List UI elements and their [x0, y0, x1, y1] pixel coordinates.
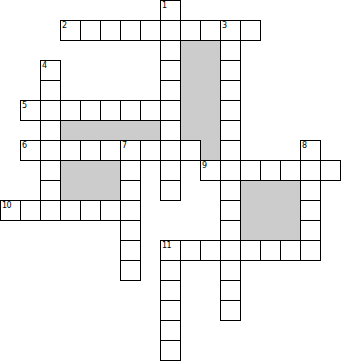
- cell-c2-r5[interactable]: [40, 100, 61, 121]
- cell-c11-r11[interactable]: [220, 220, 241, 241]
- clue-number-11: 11: [162, 241, 171, 250]
- cell-c8-r5[interactable]: [160, 100, 181, 121]
- cell-c8-r2[interactable]: [160, 40, 181, 61]
- cell-c8-r12[interactable]: 11: [160, 240, 181, 261]
- cell-c8-r6[interactable]: [160, 120, 181, 141]
- clue-number-5: 5: [22, 101, 27, 110]
- cell-c11-r9[interactable]: [220, 180, 241, 201]
- cell-c9-r7[interactable]: [180, 140, 201, 161]
- shaded-region: [200, 140, 221, 161]
- cell-c11-r2[interactable]: [220, 40, 241, 61]
- cell-c8-r8[interactable]: [160, 160, 181, 181]
- clue-number-1: 1: [162, 1, 167, 10]
- cell-c15-r7[interactable]: 8: [300, 140, 321, 161]
- clue-number-10: 10: [2, 201, 11, 210]
- shaded-region: [60, 120, 161, 141]
- cell-c1-r5[interactable]: 5: [20, 100, 41, 121]
- cell-c8-r13[interactable]: [160, 260, 181, 281]
- clue-number-8: 8: [302, 141, 307, 150]
- cell-c15-r12[interactable]: [300, 240, 321, 261]
- cell-c11-r14[interactable]: [220, 280, 241, 301]
- cell-c6-r9[interactable]: [120, 180, 141, 201]
- cell-c1-r10[interactable]: [20, 200, 41, 221]
- shaded-region: [240, 180, 301, 241]
- cell-c3-r5[interactable]: [60, 100, 81, 121]
- cell-c8-r4[interactable]: [160, 80, 181, 101]
- cell-c5-r10[interactable]: [100, 200, 121, 221]
- cell-c11-r1[interactable]: 3: [220, 20, 241, 41]
- cell-c8-r1[interactable]: [160, 20, 181, 41]
- cell-c7-r1[interactable]: [140, 20, 161, 41]
- cell-c11-r8[interactable]: [220, 160, 241, 181]
- cell-c8-r15[interactable]: [160, 300, 181, 321]
- cell-c0-r10[interactable]: 10: [0, 200, 21, 221]
- cell-c5-r7[interactable]: [100, 140, 121, 161]
- cell-c11-r5[interactable]: [220, 100, 241, 121]
- cell-c1-r7[interactable]: 6: [20, 140, 41, 161]
- cell-c4-r10[interactable]: [80, 200, 101, 221]
- cell-c12-r1[interactable]: [240, 20, 261, 41]
- cell-c15-r8[interactable]: [300, 160, 321, 181]
- cell-c2-r8[interactable]: [40, 160, 61, 181]
- cell-c10-r8[interactable]: 9: [200, 160, 221, 181]
- cell-c9-r1[interactable]: [180, 20, 201, 41]
- cell-c11-r3[interactable]: [220, 60, 241, 81]
- clue-number-7: 7: [122, 141, 127, 150]
- cell-c11-r12[interactable]: [220, 240, 241, 261]
- cell-c11-r13[interactable]: [220, 260, 241, 281]
- cell-c12-r8[interactable]: [240, 160, 261, 181]
- cell-c8-r7[interactable]: [160, 140, 181, 161]
- cell-c8-r9[interactable]: [160, 180, 181, 201]
- cell-c2-r7[interactable]: [40, 140, 61, 161]
- shaded-region: [180, 40, 221, 141]
- cell-c6-r5[interactable]: [120, 100, 141, 121]
- cell-c8-r0[interactable]: 1: [160, 0, 181, 21]
- cell-c12-r12[interactable]: [240, 240, 261, 261]
- cell-c6-r12[interactable]: [120, 240, 141, 261]
- cell-c10-r12[interactable]: [200, 240, 221, 261]
- cell-c8-r17[interactable]: [160, 340, 181, 361]
- cell-c3-r7[interactable]: [60, 140, 81, 161]
- shaded-region: [60, 160, 121, 201]
- cell-c4-r1[interactable]: [80, 20, 101, 41]
- cell-c6-r10[interactable]: [120, 200, 141, 221]
- cell-c4-r5[interactable]: [80, 100, 101, 121]
- cell-c15-r10[interactable]: [300, 200, 321, 221]
- cell-c9-r12[interactable]: [180, 240, 201, 261]
- crossword-board: 1234567891011: [0, 0, 341, 361]
- cell-c11-r4[interactable]: [220, 80, 241, 101]
- cell-c2-r6[interactable]: [40, 120, 61, 141]
- cell-c6-r8[interactable]: [120, 160, 141, 181]
- cell-c2-r10[interactable]: [40, 200, 61, 221]
- cell-c11-r7[interactable]: [220, 140, 241, 161]
- cell-c6-r11[interactable]: [120, 220, 141, 241]
- cell-c13-r12[interactable]: [260, 240, 281, 261]
- clue-number-4: 4: [42, 61, 47, 70]
- cell-c15-r11[interactable]: [300, 220, 321, 241]
- cell-c14-r12[interactable]: [280, 240, 301, 261]
- cell-c7-r5[interactable]: [140, 100, 161, 121]
- cell-c16-r8[interactable]: [320, 160, 341, 181]
- cell-c8-r16[interactable]: [160, 320, 181, 341]
- cell-c13-r8[interactable]: [260, 160, 281, 181]
- clue-number-9: 9: [202, 161, 207, 170]
- cell-c3-r1[interactable]: 2: [60, 20, 81, 41]
- cell-c14-r8[interactable]: [280, 160, 301, 181]
- cell-c11-r6[interactable]: [220, 120, 241, 141]
- cell-c5-r1[interactable]: [100, 20, 121, 41]
- cell-c5-r5[interactable]: [100, 100, 121, 121]
- cell-c8-r3[interactable]: [160, 60, 181, 81]
- cell-c10-r1[interactable]: [200, 20, 221, 41]
- cell-c6-r13[interactable]: [120, 260, 141, 281]
- cell-c6-r1[interactable]: [120, 20, 141, 41]
- cell-c3-r10[interactable]: [60, 200, 81, 221]
- cell-c2-r9[interactable]: [40, 180, 61, 201]
- cell-c6-r7[interactable]: 7: [120, 140, 141, 161]
- clue-number-2: 2: [62, 21, 67, 30]
- cell-c2-r3[interactable]: 4: [40, 60, 61, 81]
- cell-c4-r7[interactable]: [80, 140, 101, 161]
- cell-c11-r15[interactable]: [220, 300, 241, 321]
- cell-c15-r9[interactable]: [300, 180, 321, 201]
- cell-c11-r10[interactable]: [220, 200, 241, 221]
- cell-c2-r4[interactable]: [40, 80, 61, 101]
- clue-number-3: 3: [222, 21, 227, 30]
- cell-c7-r7[interactable]: [140, 140, 161, 161]
- clue-number-6: 6: [22, 141, 27, 150]
- cell-c8-r14[interactable]: [160, 280, 181, 301]
